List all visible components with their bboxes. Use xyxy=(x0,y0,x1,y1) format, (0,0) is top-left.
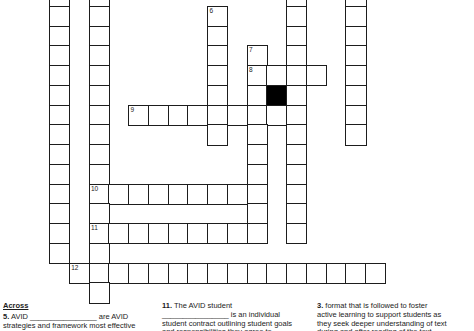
grid-cell[interactable] xyxy=(207,124,228,145)
grid-cell[interactable]: 9 xyxy=(128,105,149,126)
clue-number: 11 xyxy=(91,224,98,231)
grid-cell[interactable] xyxy=(286,164,307,185)
grid-cell[interactable] xyxy=(247,223,268,244)
grid-cell[interactable]: 11 xyxy=(89,223,110,244)
grid-cell[interactable] xyxy=(286,85,307,106)
grid-cell[interactable] xyxy=(286,184,307,205)
grid-cell[interactable] xyxy=(266,105,287,126)
grid-cell[interactable] xyxy=(266,263,287,284)
grid-cell[interactable] xyxy=(49,85,70,106)
clue-11: 11. The AVID student ________________ is… xyxy=(162,302,315,331)
grid-cell[interactable] xyxy=(49,6,70,27)
grid-cell[interactable] xyxy=(207,223,228,244)
grid-cell[interactable] xyxy=(345,124,366,145)
grid-cell[interactable] xyxy=(286,263,307,284)
grid-cell[interactable] xyxy=(227,263,248,284)
grid-cell[interactable] xyxy=(286,124,307,145)
clue-11-text-line2: ________________ is an individual xyxy=(162,311,315,320)
grid-cell[interactable] xyxy=(266,65,287,86)
grid-cell[interactable] xyxy=(168,105,189,126)
grid-cell[interactable] xyxy=(168,184,189,205)
grid-cell[interactable] xyxy=(345,65,366,86)
grid-cell[interactable]: 10 xyxy=(89,184,110,205)
clue-column-right: 3. format that is followed to foster act… xyxy=(317,302,473,331)
grid-cell[interactable] xyxy=(49,243,70,264)
grid-cell[interactable] xyxy=(345,26,366,47)
grid-cell[interactable] xyxy=(286,65,307,86)
grid-cell[interactable] xyxy=(247,105,268,126)
grid-cell[interactable] xyxy=(345,45,366,66)
grid-cell[interactable] xyxy=(286,144,307,165)
grid-cell[interactable] xyxy=(247,263,268,284)
grid-cell[interactable] xyxy=(49,164,70,185)
grid-cell[interactable] xyxy=(187,263,208,284)
grid-cell[interactable] xyxy=(168,223,189,244)
grid-cell[interactable] xyxy=(89,144,110,165)
grid-cell[interactable]: 7 xyxy=(247,45,268,66)
grid-cell[interactable] xyxy=(148,263,169,284)
grid-cell[interactable] xyxy=(207,263,228,284)
grid-cell[interactable] xyxy=(49,144,70,165)
clue-number: 10 xyxy=(91,185,98,192)
grid-cell[interactable] xyxy=(207,184,228,205)
grid-cell[interactable] xyxy=(207,85,228,106)
clue-number: 8 xyxy=(249,66,253,73)
crossword-page: 6789101112 Across 5. AVID ______________… xyxy=(0,0,474,331)
grid-cell[interactable] xyxy=(286,223,307,244)
clue-5-text: AVID ________________ are AVID xyxy=(11,312,128,321)
grid-cell[interactable] xyxy=(345,85,366,106)
grid-cell[interactable] xyxy=(227,105,248,126)
clue-number: 7 xyxy=(249,46,253,53)
grid-cell[interactable] xyxy=(89,45,110,66)
grid-cell[interactable] xyxy=(247,85,268,106)
grid-cell[interactable] xyxy=(286,45,307,66)
grid-cell[interactable] xyxy=(108,184,129,205)
grid-cell[interactable] xyxy=(89,85,110,106)
grid-cell[interactable]: 8 xyxy=(247,65,268,86)
grid-cell[interactable] xyxy=(49,184,70,205)
grid-cell[interactable] xyxy=(49,124,70,145)
clue-column-middle: 11. The AVID student ________________ is… xyxy=(162,302,315,331)
clue-3-text-line2: active learning to support students as xyxy=(317,311,473,320)
grid-cell[interactable] xyxy=(128,223,149,244)
grid-cell[interactable] xyxy=(345,263,366,284)
clue-3: 3. format that is followed to foster act… xyxy=(317,302,473,331)
grid-cell[interactable] xyxy=(187,184,208,205)
grid-cell[interactable] xyxy=(247,144,268,165)
grid-cell[interactable] xyxy=(89,65,110,86)
grid-cell[interactable]: 6 xyxy=(207,6,228,27)
grid-cell[interactable] xyxy=(89,124,110,145)
black-cell xyxy=(266,85,287,106)
clue-number: 6 xyxy=(210,7,214,14)
grid-cell[interactable] xyxy=(286,105,307,126)
grid-cell[interactable] xyxy=(108,263,129,284)
grid-cell[interactable] xyxy=(207,26,228,47)
grid-cell[interactable] xyxy=(306,65,327,86)
clue-3-text-line3: they seek deeper understanding of text xyxy=(317,320,473,329)
grid-cell[interactable] xyxy=(345,6,366,27)
grid-cell[interactable] xyxy=(148,184,169,205)
grid-cell[interactable]: 12 xyxy=(69,263,90,284)
grid-cell[interactable] xyxy=(49,203,70,224)
grid-cell[interactable] xyxy=(345,105,366,126)
grid-cell[interactable] xyxy=(89,164,110,185)
clue-number: 9 xyxy=(131,106,135,113)
clue-11-number: 11. xyxy=(162,301,172,310)
clue-5-text-line2: strategies and framework most effective xyxy=(3,322,159,331)
grid-cell[interactable] xyxy=(108,223,129,244)
grid-cell[interactable] xyxy=(148,223,169,244)
grid-cell[interactable] xyxy=(286,203,307,224)
grid-cell[interactable] xyxy=(49,105,70,126)
clue-3-text: format that is followed to foster xyxy=(325,301,427,310)
clue-11-text-line3: student contract outlining student goals xyxy=(162,320,315,329)
grid-cell[interactable] xyxy=(247,184,268,205)
grid-cell[interactable] xyxy=(247,124,268,145)
grid-cell[interactable] xyxy=(128,263,149,284)
grid-cell[interactable] xyxy=(326,263,347,284)
grid-cell[interactable] xyxy=(148,105,169,126)
grid-cell[interactable] xyxy=(49,26,70,47)
grid-cell[interactable] xyxy=(49,223,70,244)
across-header: Across xyxy=(3,302,159,311)
grid-cell[interactable] xyxy=(247,203,268,224)
grid-cell[interactable] xyxy=(227,184,248,205)
clue-11-text: The AVID student xyxy=(174,301,232,310)
grid-cell[interactable] xyxy=(89,105,110,126)
clue-3-number: 3. xyxy=(317,301,323,310)
grid-cell[interactable] xyxy=(187,223,208,244)
grid-cell[interactable] xyxy=(227,223,248,244)
grid-cell[interactable] xyxy=(286,6,307,27)
grid-cell[interactable] xyxy=(89,243,110,264)
grid-cell[interactable] xyxy=(306,263,327,284)
grid-cell[interactable] xyxy=(207,45,228,66)
clue-5: 5. AVID ________________ are AVID strate… xyxy=(3,313,159,331)
grid-cell[interactable] xyxy=(207,105,228,126)
grid-cell[interactable] xyxy=(89,263,110,284)
clue-column-across: Across 5. AVID ________________ are AVID… xyxy=(3,302,159,330)
grid-cell[interactable] xyxy=(89,26,110,47)
grid-cell[interactable] xyxy=(247,164,268,185)
grid-cell[interactable] xyxy=(365,263,386,284)
grid-cell[interactable] xyxy=(49,45,70,66)
grid-cell[interactable] xyxy=(128,184,149,205)
grid-cell[interactable] xyxy=(89,203,110,224)
grid-cell[interactable] xyxy=(49,65,70,86)
grid-cell[interactable] xyxy=(89,6,110,27)
grid-cell[interactable] xyxy=(286,26,307,47)
clue-number: 12 xyxy=(71,264,78,271)
grid-cell[interactable] xyxy=(89,282,110,303)
clue-5-number: 5. xyxy=(3,312,9,321)
grid-cell[interactable] xyxy=(207,65,228,86)
grid-cell[interactable] xyxy=(168,263,189,284)
grid-cell[interactable] xyxy=(187,105,208,126)
